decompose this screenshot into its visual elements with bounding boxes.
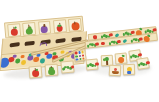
caterpillar-head — [95, 42, 99, 46]
front-dot-small — [21, 55, 25, 59]
lid-slot — [56, 38, 66, 43]
sprout-stem — [106, 60, 107, 65]
leaf-icon — [122, 39, 127, 44]
loose-tile-chocolate-cake — [109, 65, 122, 77]
front-dot — [14, 58, 20, 64]
front-dot — [39, 58, 45, 64]
caterpillar-head — [95, 63, 98, 66]
lid-slot — [10, 42, 20, 47]
caterpillar-head — [109, 33, 113, 37]
fruit-stem — [51, 65, 52, 68]
panel-picture-tile-green-pear — [22, 22, 36, 36]
strawberry-leaf — [58, 25, 62, 27]
loose-tile-orange-fruit — [115, 52, 128, 64]
purple-caterpillar-squiggle — [39, 42, 47, 47]
caterpillar-head — [138, 53, 142, 57]
red-dot-icon — [93, 35, 97, 39]
product-photo-wooden-sorting-game — [0, 0, 159, 102]
cake-icon — [111, 70, 118, 74]
front-tile-green-caterpillar — [60, 60, 74, 73]
front-dot — [21, 59, 27, 65]
caterpillar-head — [146, 61, 150, 65]
mini-dot — [75, 52, 78, 55]
front-tile-green-pear — [45, 63, 59, 76]
loose-tile-yellow-ice — [123, 64, 135, 75]
front-dot — [33, 56, 39, 62]
front-dot-small — [13, 55, 17, 59]
caterpillar-head — [71, 65, 75, 69]
panel-picture-tile-red-strawberry — [53, 19, 67, 33]
panel-picture-tile-red-apple — [7, 23, 21, 37]
caterpillar-head — [131, 31, 135, 35]
mini-dot — [81, 51, 84, 54]
panel-picture-tile-purple-plum — [38, 20, 52, 34]
loose-tile-green-caterpillar — [136, 57, 150, 70]
front-tile-red-apple — [29, 65, 43, 78]
red-dot-icon — [101, 42, 105, 46]
strawberry-icon — [57, 26, 64, 33]
caterpillar-head — [117, 40, 121, 44]
loose-tile-green-caterpillar — [86, 58, 99, 70]
mini-dot — [76, 58, 79, 61]
lid-slot — [25, 41, 35, 46]
fruit-stem — [59, 22, 60, 25]
caterpillar-head — [153, 28, 157, 32]
cake-cherry — [113, 68, 116, 71]
fruit-stem — [44, 24, 45, 27]
panel-picture-tile-orange-apple — [68, 18, 82, 32]
caterpillar-head — [139, 37, 143, 41]
ice-stick — [127, 71, 131, 74]
